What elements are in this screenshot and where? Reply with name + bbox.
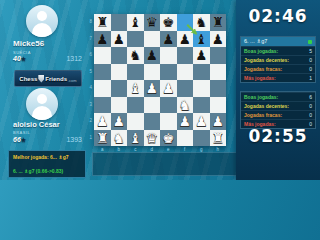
square-h4[interactable] xyxy=(210,80,227,97)
piece-black-pawn[interactable]: ♟ xyxy=(144,47,161,64)
stat-label: Jogadas fracas: xyxy=(244,65,282,73)
star-icon: ★ xyxy=(21,137,26,143)
square-f2[interactable]: ♟ xyxy=(177,113,194,130)
piece-black-rook[interactable]: ♜ xyxy=(94,14,111,31)
square-g5[interactable] xyxy=(193,64,210,81)
piece-white-pawn[interactable]: ♟ xyxy=(111,113,128,130)
stat-row: Boas jogadas:5 xyxy=(241,46,315,55)
avatar xyxy=(26,88,58,120)
square-d6[interactable]: ♟ xyxy=(144,47,161,64)
square-b5[interactable] xyxy=(111,64,128,81)
square-h3[interactable] xyxy=(210,97,227,114)
piece-white-pawn[interactable]: ♟ xyxy=(177,113,194,130)
square-d5[interactable] xyxy=(144,64,161,81)
piece-white-pawn[interactable]: ♟ xyxy=(94,113,111,130)
piece-black-pawn[interactable]: ♟ xyxy=(210,31,227,48)
rank-label: 6 xyxy=(84,47,92,64)
player-rating-row: 40★ 1312 xyxy=(13,55,82,62)
square-d4[interactable]: ♟ xyxy=(144,80,161,97)
piece-black-bishop[interactable]: ♝ xyxy=(193,31,210,48)
stat-value: 6 xyxy=(309,93,312,101)
piece-white-rook[interactable]: ♜ xyxy=(210,130,227,147)
square-c2[interactable] xyxy=(127,113,144,130)
square-e4[interactable]: ♟ xyxy=(160,80,177,97)
stat-row: Jogadas fracas:0 xyxy=(241,64,315,73)
piece-black-pawn[interactable]: ♟ xyxy=(94,31,111,48)
square-g8[interactable]: ♞ xyxy=(193,14,210,31)
piece-white-knight[interactable]: ♞ xyxy=(111,130,128,147)
square-h2[interactable]: ♟ xyxy=(210,113,227,130)
rank-label: 3 xyxy=(84,97,92,114)
rank-label: 7 xyxy=(84,31,92,48)
square-a1[interactable]: ♜ xyxy=(94,130,111,147)
person-icon xyxy=(26,5,58,37)
right-panel xyxy=(236,0,320,180)
square-f1[interactable] xyxy=(177,130,194,147)
shield-icon xyxy=(38,75,44,83)
clock-white: 02:55 xyxy=(236,126,320,146)
clock-black: 02:46 xyxy=(236,6,320,26)
person-icon xyxy=(26,88,58,120)
piece-black-rook[interactable]: ♜ xyxy=(210,14,227,31)
logo-word-chess: Chess xyxy=(19,76,37,82)
square-a4[interactable] xyxy=(94,80,111,97)
player-name-white: aloisio César xyxy=(13,120,60,129)
square-g7[interactable]: ♝ xyxy=(193,31,210,48)
stat-label: Boas jogadas: xyxy=(244,47,278,55)
stat-label: Jogadas decentes: xyxy=(244,56,289,64)
rank-label: 2 xyxy=(84,113,92,130)
piece-white-king[interactable]: ♚ xyxy=(160,130,177,147)
stat-value: 0 xyxy=(309,65,312,73)
white-stats-panel: Boas jogadas:6Jogadas decentes:0Jogadas … xyxy=(240,91,316,129)
player-country-white: BRASIL xyxy=(13,130,30,135)
good-move-indicator xyxy=(308,40,312,44)
piece-black-pawn[interactable]: ♟ xyxy=(177,31,194,48)
piece-white-pawn[interactable]: ♟ xyxy=(193,113,210,130)
stat-row: Más jogadas:1 xyxy=(241,73,315,82)
avatar xyxy=(26,5,58,37)
rank-label: 1 xyxy=(84,130,92,147)
piece-white-rook[interactable]: ♜ xyxy=(94,130,111,147)
stat-row: Jogadas fracas:0 xyxy=(241,110,315,119)
square-f5[interactable] xyxy=(177,64,194,81)
stat-label: Más jogadas: xyxy=(244,74,276,82)
piece-black-knight[interactable]: ♞ xyxy=(193,14,210,31)
square-c7[interactable] xyxy=(127,31,144,48)
square-g4[interactable] xyxy=(193,80,210,97)
square-b8[interactable] xyxy=(111,14,128,31)
square-e5[interactable] xyxy=(160,64,177,81)
piece-white-pawn[interactable]: ♟ xyxy=(160,80,177,97)
piece-black-pawn[interactable]: ♟ xyxy=(111,31,128,48)
square-b2[interactable]: ♟ xyxy=(111,113,128,130)
best-move-box: Melhor jogada: 6... ♗g7 6. ... ♗g7 (0.66… xyxy=(8,150,86,178)
square-h6[interactable] xyxy=(210,47,227,64)
stat-row: Jogadas decentes:0 xyxy=(241,101,315,110)
piece-black-king[interactable]: ♚ xyxy=(160,14,177,31)
piece-black-queen[interactable]: ♛ xyxy=(144,14,161,31)
square-d7[interactable] xyxy=(144,31,161,48)
square-b4[interactable] xyxy=(111,80,128,97)
square-b7[interactable]: ♟ xyxy=(111,31,128,48)
stat-row: Jogadas decentes:0 xyxy=(241,55,315,64)
rank-label: 5 xyxy=(84,64,92,81)
stat-label: Boas jogadas: xyxy=(244,93,278,101)
star-count: 66★ xyxy=(13,136,26,143)
star-icon: ★ xyxy=(21,56,26,62)
stat-value: 1 xyxy=(309,74,312,82)
star-count: 40★ xyxy=(13,55,26,62)
square-c4[interactable]: ♝ xyxy=(127,80,144,97)
square-g6[interactable]: ♟ xyxy=(193,47,210,64)
square-f4[interactable] xyxy=(177,80,194,97)
player-rating-white: 1393 xyxy=(66,136,82,143)
square-c6[interactable]: ♞ xyxy=(127,47,144,64)
stat-value: 0 xyxy=(309,102,312,110)
square-e2[interactable] xyxy=(160,113,177,130)
square-h7[interactable]: ♟ xyxy=(210,31,227,48)
square-a7[interactable]: ♟ xyxy=(94,31,111,48)
square-d8[interactable]: ♛ xyxy=(144,14,161,31)
square-c3[interactable] xyxy=(127,97,144,114)
square-g1[interactable] xyxy=(193,130,210,147)
square-a3[interactable] xyxy=(94,97,111,114)
eval-change-label: 6. ... ♗g7 (0.66->0.83) xyxy=(13,168,81,174)
square-b3[interactable] xyxy=(111,97,128,114)
player-rating-row: 66★ 1393 xyxy=(13,136,82,143)
selected-move-row[interactable]: 6. ... ♗g7 xyxy=(241,37,315,46)
square-d2[interactable] xyxy=(144,113,161,130)
square-e6[interactable] xyxy=(160,47,177,64)
player-name-black: Micke56 xyxy=(13,39,44,48)
piece-white-bishop[interactable]: ♝ xyxy=(127,80,144,97)
square-c5[interactable] xyxy=(127,64,144,81)
square-a2[interactable]: ♟ xyxy=(94,113,111,130)
square-d3[interactable] xyxy=(144,97,161,114)
square-e1[interactable]: ♚ xyxy=(160,130,177,147)
square-e8[interactable]: ♚ xyxy=(160,14,177,31)
square-d1[interactable]: ♛ xyxy=(144,130,161,147)
selected-move-label: 6. ... ♗g7 xyxy=(244,37,267,46)
piece-white-queen[interactable]: ♛ xyxy=(144,130,161,147)
square-c1[interactable]: ♝ xyxy=(127,130,144,147)
player-rating-black: 1312 xyxy=(66,55,82,62)
square-f3[interactable]: ♞ xyxy=(177,97,194,114)
piece-black-knight[interactable]: ♞ xyxy=(127,47,144,64)
square-b6[interactable] xyxy=(111,47,128,64)
square-g2[interactable]: ♟ xyxy=(193,113,210,130)
piece-black-pawn[interactable]: ♟ xyxy=(193,47,210,64)
black-stats-panel: 6. ... ♗g7 Boas jogadas:5Jogadas decente… xyxy=(240,36,316,83)
piece-white-bishop[interactable]: ♝ xyxy=(127,130,144,147)
square-e7[interactable]: ♟ xyxy=(160,31,177,48)
stat-label: Jogadas decentes: xyxy=(244,102,289,110)
square-c8[interactable]: ♝ xyxy=(127,14,144,31)
chess-board: ♜♝♛♚♞♜♟♟♟♟♝♟♞♟♟♝♟♟♞♟♟♟♟♟♜♞♝♛♚♜ xyxy=(94,14,226,146)
piece-black-pawn[interactable]: ♟ xyxy=(160,31,177,48)
square-h1[interactable]: ♜ xyxy=(210,130,227,147)
square-f8[interactable] xyxy=(177,14,194,31)
rank-labels: 87654321 xyxy=(84,14,92,146)
best-move-label: Melhor jogada: 6... ♗g7 xyxy=(13,154,81,160)
square-h8[interactable]: ♜ xyxy=(210,14,227,31)
rank-label: 4 xyxy=(84,80,92,97)
logo-word-friends: Friends xyxy=(45,76,67,82)
stat-label: Jogadas fracas: xyxy=(244,111,282,119)
stat-row: Boas jogadas:6 xyxy=(241,92,315,101)
stat-value: 0 xyxy=(309,56,312,64)
stat-value: 0 xyxy=(309,111,312,119)
square-a5[interactable] xyxy=(94,64,111,81)
piece-white-pawn[interactable]: ♟ xyxy=(210,113,227,130)
square-g3[interactable] xyxy=(193,97,210,114)
square-f7[interactable]: ♟ xyxy=(177,31,194,48)
piece-white-knight[interactable]: ♞ xyxy=(177,97,194,114)
piece-white-pawn[interactable]: ♟ xyxy=(144,80,161,97)
square-h5[interactable] xyxy=(210,64,227,81)
square-e3[interactable] xyxy=(160,97,177,114)
square-b1[interactable]: ♞ xyxy=(111,130,128,147)
square-f6[interactable] xyxy=(177,47,194,64)
square-a6[interactable] xyxy=(94,47,111,64)
stat-value: 5 xyxy=(309,47,312,55)
square-a8[interactable]: ♜ xyxy=(94,14,111,31)
chessfriends-logo: Chess Friends .com xyxy=(14,70,82,87)
rank-label: 8 xyxy=(84,14,92,31)
piece-black-bishop[interactable]: ♝ xyxy=(127,14,144,31)
logo-suffix: .com xyxy=(68,78,77,83)
